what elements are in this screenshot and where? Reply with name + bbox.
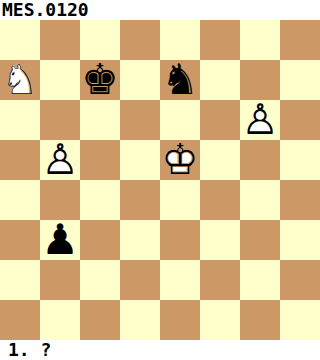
square-f1[interactable] (200, 300, 240, 340)
square-h4[interactable] (280, 180, 320, 220)
black-king: ♚ (80, 60, 120, 100)
square-b6[interactable] (40, 100, 80, 140)
square-c8[interactable] (80, 20, 120, 60)
square-g2[interactable] (240, 260, 280, 300)
square-f2[interactable] (200, 260, 240, 300)
square-g1[interactable] (240, 300, 280, 340)
square-d1[interactable] (120, 300, 160, 340)
square-e5[interactable]: ♚♔ (160, 140, 200, 180)
square-b3[interactable]: ♟ (40, 220, 80, 260)
square-g7[interactable] (240, 60, 280, 100)
square-d7[interactable] (120, 60, 160, 100)
square-e3[interactable] (160, 220, 200, 260)
square-a5[interactable] (0, 140, 40, 180)
square-b7[interactable] (40, 60, 80, 100)
square-d5[interactable] (120, 140, 160, 180)
square-e6[interactable] (160, 100, 200, 140)
square-h7[interactable] (280, 60, 320, 100)
square-a8[interactable] (0, 20, 40, 60)
chess-board: ♞♘♚♞♟♙♟♙♚♔♟ (0, 20, 320, 340)
square-e4[interactable] (160, 180, 200, 220)
square-g3[interactable] (240, 220, 280, 260)
white-king-fill: ♚ (160, 140, 200, 180)
square-c7[interactable]: ♚ (80, 60, 120, 100)
white-pawn-fill: ♟ (240, 100, 280, 140)
square-f6[interactable] (200, 100, 240, 140)
square-a3[interactable] (0, 220, 40, 260)
square-g5[interactable] (240, 140, 280, 180)
square-c2[interactable] (80, 260, 120, 300)
black-pawn: ♟ (40, 220, 80, 260)
square-b8[interactable] (40, 20, 80, 60)
square-h5[interactable] (280, 140, 320, 180)
square-b2[interactable] (40, 260, 80, 300)
square-e7[interactable]: ♞ (160, 60, 200, 100)
square-h3[interactable] (280, 220, 320, 260)
square-e8[interactable] (160, 20, 200, 60)
square-f3[interactable] (200, 220, 240, 260)
puzzle-title: MES.0120 (0, 0, 320, 20)
square-h1[interactable] (280, 300, 320, 340)
black-knight: ♞ (160, 60, 200, 100)
square-b4[interactable] (40, 180, 80, 220)
square-e2[interactable] (160, 260, 200, 300)
square-a2[interactable] (0, 260, 40, 300)
white-pawn: ♙ (240, 100, 280, 140)
square-e1[interactable] (160, 300, 200, 340)
square-h8[interactable] (280, 20, 320, 60)
square-b1[interactable] (40, 300, 80, 340)
square-g8[interactable] (240, 20, 280, 60)
square-d6[interactable] (120, 100, 160, 140)
square-c1[interactable] (80, 300, 120, 340)
square-a6[interactable] (0, 100, 40, 140)
square-a1[interactable] (0, 300, 40, 340)
square-h6[interactable] (280, 100, 320, 140)
square-c6[interactable] (80, 100, 120, 140)
square-d8[interactable] (120, 20, 160, 60)
square-c5[interactable] (80, 140, 120, 180)
square-h2[interactable] (280, 260, 320, 300)
square-d3[interactable] (120, 220, 160, 260)
white-knight: ♘ (0, 60, 40, 100)
square-c4[interactable] (80, 180, 120, 220)
square-b5[interactable]: ♟♙ (40, 140, 80, 180)
white-knight-fill: ♞ (0, 60, 40, 100)
square-c3[interactable] (80, 220, 120, 260)
square-f7[interactable] (200, 60, 240, 100)
square-a7[interactable]: ♞♘ (0, 60, 40, 100)
square-g6[interactable]: ♟♙ (240, 100, 280, 140)
square-f8[interactable] (200, 20, 240, 60)
square-f5[interactable] (200, 140, 240, 180)
square-g4[interactable] (240, 180, 280, 220)
white-pawn-fill: ♟ (40, 140, 80, 180)
square-a4[interactable] (0, 180, 40, 220)
square-d2[interactable] (120, 260, 160, 300)
white-pawn: ♙ (40, 140, 80, 180)
square-f4[interactable] (200, 180, 240, 220)
square-d4[interactable] (120, 180, 160, 220)
move-prompt: 1. ? (0, 340, 320, 360)
white-king: ♔ (160, 140, 200, 180)
